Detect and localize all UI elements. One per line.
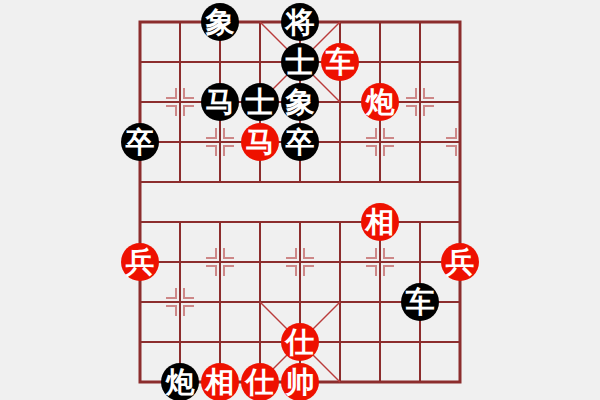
piece-red-advisor[interactable]: 仕 xyxy=(281,323,319,361)
piece-black-chariot[interactable]: 车 xyxy=(401,283,439,321)
piece-red-elephant[interactable]: 相 xyxy=(361,203,399,241)
piece-red-advisor[interactable]: 仕 xyxy=(241,363,279,400)
xiangqi-board: 象将士车马士象炮卒马卒相兵兵车仕炮相仕帅 xyxy=(140,22,460,382)
piece-red-horse[interactable]: 马 xyxy=(241,123,279,161)
piece-black-elephant[interactable]: 象 xyxy=(281,83,319,121)
pieces-layer: 象将士车马士象炮卒马卒相兵兵车仕炮相仕帅 xyxy=(140,22,460,382)
piece-red-soldier[interactable]: 兵 xyxy=(121,243,159,281)
piece-black-advisor[interactable]: 士 xyxy=(281,43,319,81)
piece-black-advisor[interactable]: 士 xyxy=(241,83,279,121)
piece-black-elephant[interactable]: 象 xyxy=(201,3,239,41)
xiangqi-app-window: 象将士车马士象炮卒马卒相兵兵车仕炮相仕帅 xyxy=(0,0,600,400)
piece-black-general[interactable]: 将 xyxy=(281,3,319,41)
piece-red-soldier[interactable]: 兵 xyxy=(441,243,479,281)
piece-red-elephant[interactable]: 相 xyxy=(201,363,239,400)
piece-black-horse[interactable]: 马 xyxy=(201,83,239,121)
piece-black-soldier[interactable]: 卒 xyxy=(281,123,319,161)
piece-black-soldier[interactable]: 卒 xyxy=(121,123,159,161)
piece-red-cannon[interactable]: 炮 xyxy=(361,83,399,121)
piece-red-general[interactable]: 帅 xyxy=(281,363,319,400)
piece-black-cannon[interactable]: 炮 xyxy=(161,363,199,400)
piece-red-chariot[interactable]: 车 xyxy=(321,43,359,81)
